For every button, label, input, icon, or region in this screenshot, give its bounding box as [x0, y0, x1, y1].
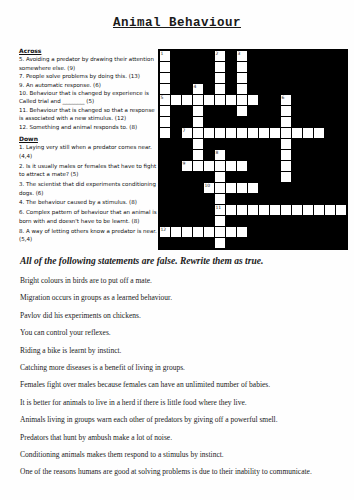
black-cell	[336, 95, 346, 105]
black-cell	[281, 51, 291, 61]
black-cell	[215, 117, 225, 127]
black-cell	[226, 238, 236, 248]
grid-cell-r15-c5[interactable]	[215, 216, 225, 226]
black-cell	[193, 172, 203, 182]
black-cell	[171, 73, 181, 83]
black-cell	[281, 84, 291, 94]
black-cell	[248, 194, 258, 204]
grid-cell-r12-c6[interactable]	[226, 183, 236, 193]
statement-12: One of the reasons humans are good at so…	[20, 468, 352, 476]
black-cell	[292, 84, 302, 94]
grid-cell-r11-c5[interactable]	[215, 172, 225, 182]
black-cell	[336, 51, 346, 61]
statement-6: Catching more diseases is a benefit of l…	[20, 364, 352, 372]
across-clue-5: 12. Something and animal responds to. (8…	[19, 123, 160, 131]
black-cell	[281, 183, 291, 193]
black-cell	[325, 194, 335, 204]
black-cell	[325, 95, 335, 105]
across-clue-3: 10. Behaviour that is changed by experie…	[19, 89, 160, 106]
page-title: Animal Behaviour	[0, 16, 354, 30]
grid-cell-r9-c5[interactable]: 8	[215, 150, 225, 160]
black-cell	[336, 84, 346, 94]
black-cell	[292, 139, 302, 149]
clue-number-12: 12	[161, 227, 167, 232]
black-cell	[237, 150, 247, 160]
grid-cell-r4-c6[interactable]	[226, 95, 236, 105]
black-cell	[259, 62, 269, 72]
grid-cell-r4-c1[interactable]	[171, 95, 181, 105]
grid-cell-r14-c7[interactable]	[237, 205, 247, 215]
black-cell	[160, 139, 170, 149]
black-cell	[314, 73, 324, 83]
grid-cell-r14-c16[interactable]	[336, 205, 346, 215]
statement-2: Migration occurs in groups as a learned …	[20, 294, 352, 302]
clue-number-6: 6	[282, 95, 285, 100]
grid-cell-r4-c2[interactable]	[182, 95, 192, 105]
grid-cell-r17-c5[interactable]	[215, 238, 225, 248]
black-cell	[292, 73, 302, 83]
statements-list: Bright colours in birds are to put off a…	[20, 277, 352, 476]
grid-cell-r6-c0[interactable]	[160, 117, 170, 127]
grid-cell-r12-c5[interactable]	[215, 183, 225, 193]
grid-cell-r16-c3[interactable]	[193, 227, 203, 237]
black-cell	[248, 150, 258, 160]
black-cell	[259, 216, 269, 226]
black-cell	[303, 238, 313, 248]
black-cell	[259, 106, 269, 116]
grid-cell-r10-c4[interactable]	[204, 161, 214, 171]
grid-cell-r7-c14[interactable]	[314, 128, 324, 138]
black-cell	[160, 172, 170, 182]
grid-cell-r16-c5[interactable]	[215, 227, 225, 237]
grid-cell-r9-c3[interactable]	[193, 150, 203, 160]
black-cell	[314, 172, 324, 182]
black-cell	[314, 150, 324, 160]
statement-9: Animals living in groups warn each other…	[20, 416, 352, 424]
grid-cell-r7-c7[interactable]	[237, 128, 247, 138]
black-cell	[204, 106, 214, 116]
grid-cell-r4-c7[interactable]	[237, 95, 247, 105]
grid-cell-r16-c2[interactable]	[182, 227, 192, 237]
black-cell	[314, 161, 324, 171]
black-cell	[314, 183, 324, 193]
grid-cell-r7-c0[interactable]	[160, 128, 170, 138]
black-cell	[325, 150, 335, 160]
down-clue-list: 1. Laying very still when a predator com…	[19, 143, 160, 243]
black-cell	[171, 51, 181, 61]
black-cell	[204, 172, 214, 182]
grid-cell-r7-c13[interactable]	[303, 128, 313, 138]
black-cell	[292, 51, 302, 61]
black-cell	[314, 216, 324, 226]
black-cell	[336, 238, 346, 248]
black-cell	[171, 238, 181, 248]
grid-cell-r10-c7[interactable]	[237, 161, 247, 171]
black-cell	[215, 139, 225, 149]
black-cell	[336, 161, 346, 171]
grid-cell-r3-c5[interactable]	[215, 84, 225, 94]
black-cell	[270, 84, 280, 94]
black-cell	[160, 205, 170, 215]
grid-cell-r1-c7[interactable]	[237, 62, 247, 72]
black-cell	[237, 238, 247, 248]
black-cell	[325, 117, 335, 127]
black-cell	[248, 216, 258, 226]
grid-cell-r7-c11[interactable]	[281, 128, 291, 138]
black-cell	[336, 139, 346, 149]
clue-number-11: 11	[216, 205, 222, 210]
black-cell	[336, 62, 346, 72]
grid-cell-r9-c11[interactable]	[281, 150, 291, 160]
across-clue-list: 5. Avoiding a predator by drawing their …	[19, 55, 160, 131]
grid-cell-r5-c3[interactable]	[193, 106, 203, 116]
black-cell	[193, 194, 203, 204]
grid-cell-r5-c11[interactable]	[281, 106, 291, 116]
black-cell	[193, 183, 203, 193]
black-cell	[226, 117, 236, 127]
black-cell	[171, 106, 181, 116]
black-cell	[303, 139, 313, 149]
down-clue-2: 3. The scientist that did experiments co…	[19, 180, 160, 197]
black-cell	[237, 216, 247, 226]
black-cell	[171, 84, 181, 94]
black-cell	[292, 95, 302, 105]
black-cell	[336, 117, 346, 127]
grid-cell-r7-c2[interactable]: 7	[182, 128, 192, 138]
grid-cell-r6-c3[interactable]	[193, 117, 203, 127]
black-cell	[248, 62, 258, 72]
black-cell	[248, 227, 258, 237]
grid-cell-r2-c7[interactable]	[237, 73, 247, 83]
black-cell	[292, 238, 302, 248]
black-cell	[160, 183, 170, 193]
black-cell	[325, 139, 335, 149]
black-cell	[292, 216, 302, 226]
black-cell	[292, 194, 302, 204]
grid-cell-r14-c13[interactable]	[303, 205, 313, 215]
grid-cell-r7-c5[interactable]	[215, 128, 225, 138]
black-cell	[248, 84, 258, 94]
black-cell	[259, 161, 269, 171]
grid-cell-r2-c0[interactable]	[160, 73, 170, 83]
black-cell	[270, 51, 280, 61]
black-cell	[292, 183, 302, 193]
black-cell	[325, 227, 335, 237]
black-cell	[314, 84, 324, 94]
black-cell	[281, 216, 291, 226]
black-cell	[259, 172, 269, 182]
clue-number-2: 2	[216, 51, 219, 56]
grid-cell-r10-c2[interactable]: 9	[182, 161, 192, 171]
black-cell	[292, 106, 302, 116]
black-cell	[270, 62, 280, 72]
clue-number-5: 5	[161, 95, 164, 100]
grid-cell-r8-c3[interactable]	[193, 139, 203, 149]
black-cell	[325, 238, 335, 248]
black-cell	[259, 84, 269, 94]
black-cell	[226, 106, 236, 116]
black-cell	[303, 216, 313, 226]
black-cell	[259, 227, 269, 237]
grid-cell-r14-c5[interactable]: 11	[215, 205, 225, 215]
black-cell	[182, 238, 192, 248]
worksheet-page: Animal Behaviour Across 5. Avoiding a pr…	[0, 0, 354, 500]
grid-cell-r0-c5[interactable]: 2	[215, 51, 225, 61]
grid-cell-r3-c7[interactable]	[237, 84, 247, 94]
black-cell	[204, 51, 214, 61]
grid-cell-r12-c4[interactable]: 10	[204, 183, 214, 193]
grid-cell-r16-c6[interactable]	[226, 227, 236, 237]
grid-cell-r14-c8[interactable]	[248, 205, 258, 215]
grid-cell-r1-c0[interactable]	[160, 62, 170, 72]
down-clue-5: 8. A way of letting others know a predat…	[19, 227, 160, 244]
clue-number-7: 7	[183, 128, 186, 133]
black-cell	[314, 95, 324, 105]
black-cell	[270, 73, 280, 83]
black-cell	[259, 183, 269, 193]
black-cell	[292, 227, 302, 237]
black-cell	[259, 117, 269, 127]
black-cell	[248, 238, 258, 248]
black-cell	[226, 216, 236, 226]
black-cell	[226, 73, 236, 83]
black-cell	[336, 172, 346, 182]
statement-10: Predators that hunt by ambush make a lot…	[20, 434, 352, 442]
black-cell	[204, 84, 214, 94]
grid-cell-r13-c5[interactable]	[215, 194, 225, 204]
black-cell	[204, 117, 214, 127]
grid-cell-r14-c12[interactable]	[292, 205, 302, 215]
grid-cell-r10-c6[interactable]	[226, 161, 236, 171]
black-cell	[171, 216, 181, 226]
grid-cell-r7-c12[interactable]	[292, 128, 302, 138]
black-cell	[325, 73, 335, 83]
black-cell	[303, 194, 313, 204]
black-cell	[259, 194, 269, 204]
black-cell	[325, 62, 335, 72]
statement-4: You can control your reflexes.	[20, 329, 352, 337]
black-cell	[171, 128, 181, 138]
crossword-grid: 123456789101112	[158, 49, 348, 250]
black-cell	[336, 227, 346, 237]
black-cell	[171, 205, 181, 215]
black-cell	[314, 117, 324, 127]
black-cell	[226, 150, 236, 160]
grid-cell-r16-c0[interactable]: 12	[160, 227, 170, 237]
grid-cell-r14-c9[interactable]	[259, 205, 269, 215]
black-cell	[325, 216, 335, 226]
black-cell	[325, 106, 335, 116]
black-cell	[270, 194, 280, 204]
black-cell	[204, 205, 214, 215]
grid-cell-r3-c3[interactable]: 4	[193, 84, 203, 94]
grid-cell-r3-c0[interactable]	[160, 84, 170, 94]
black-cell	[303, 117, 313, 127]
black-cell	[314, 139, 324, 149]
black-cell	[248, 161, 258, 171]
black-cell	[182, 216, 192, 226]
black-cell	[259, 238, 269, 248]
clue-number-9: 9	[183, 161, 186, 166]
grid-cell-r7-c8[interactable]	[248, 128, 258, 138]
grid-cell-r16-c7[interactable]	[237, 227, 247, 237]
across-clue-4: 11. Behaviour that is changed so that a …	[19, 106, 160, 123]
grid-cell-r12-c8[interactable]	[248, 183, 258, 193]
down-heading: Down	[19, 135, 160, 143]
statement-7: Females fight over males because females…	[20, 381, 352, 389]
black-cell	[193, 216, 203, 226]
black-cell	[171, 183, 181, 193]
black-cell	[160, 238, 170, 248]
black-cell	[226, 139, 236, 149]
black-cell	[160, 150, 170, 160]
clue-number-8: 8	[216, 150, 219, 155]
black-cell	[270, 183, 280, 193]
black-cell	[182, 106, 192, 116]
grid-cell-r5-c7[interactable]	[237, 106, 247, 116]
grid-cell-r14-c10[interactable]	[270, 205, 280, 215]
black-cell	[270, 117, 280, 127]
black-cell	[292, 62, 302, 72]
black-cell	[314, 106, 324, 116]
grid-cell-r4-c0[interactable]: 5	[160, 95, 170, 105]
grid-cell-r7-c10[interactable]	[270, 128, 280, 138]
clue-number-10: 10	[205, 183, 211, 188]
grid-cell-r5-c0[interactable]	[160, 106, 170, 116]
black-cell	[259, 51, 269, 61]
grid-cell-r11-c11[interactable]	[281, 172, 291, 182]
black-cell	[314, 227, 324, 237]
grid-cell-r14-c14[interactable]	[314, 205, 324, 215]
black-cell	[314, 51, 324, 61]
grid-cell-r4-c8[interactable]	[248, 95, 258, 105]
grid-cell-r4-c5[interactable]	[215, 95, 225, 105]
black-cell	[270, 150, 280, 160]
black-cell	[226, 62, 236, 72]
black-cell	[325, 161, 335, 171]
black-cell	[325, 183, 335, 193]
grid-cell-r4-c4[interactable]	[204, 95, 214, 105]
grid-cell-r7-c9[interactable]	[259, 128, 269, 138]
grid-cell-r14-c15[interactable]	[325, 205, 335, 215]
grid-cell-r16-c4[interactable]	[204, 227, 214, 237]
grid-cell-r1-c5[interactable]	[215, 62, 225, 72]
black-cell	[270, 238, 280, 248]
black-cell	[270, 227, 280, 237]
statement-1: Bright colours in birds are to put off a…	[20, 277, 352, 285]
black-cell	[171, 150, 181, 160]
grid-cell-r12-c7[interactable]	[237, 183, 247, 193]
black-cell	[193, 73, 203, 83]
black-cell	[182, 172, 192, 182]
grid-cell-r4-c11[interactable]: 6	[281, 95, 291, 105]
grid-cell-r16-c1[interactable]	[171, 227, 181, 237]
grid-cell-r7-c6[interactable]	[226, 128, 236, 138]
black-cell	[248, 106, 258, 116]
black-cell	[292, 150, 302, 160]
across-heading: Across	[19, 47, 160, 55]
grid-cell-r0-c0[interactable]: 1	[160, 51, 170, 61]
black-cell	[204, 139, 214, 149]
black-cell	[193, 238, 203, 248]
grid-cell-r7-c4[interactable]	[204, 128, 214, 138]
grid-cell-r14-c11[interactable]	[281, 205, 291, 215]
black-cell	[270, 216, 280, 226]
black-cell	[292, 172, 302, 182]
black-cell	[303, 73, 313, 83]
black-cell	[193, 51, 203, 61]
black-cell	[303, 150, 313, 160]
black-cell	[182, 62, 192, 72]
black-cell	[204, 73, 214, 83]
black-cell	[270, 95, 280, 105]
black-cell	[171, 117, 181, 127]
statement-8: It is better for animals to live in a he…	[20, 399, 352, 407]
grid-cell-r2-c5[interactable]	[215, 73, 225, 83]
black-cell	[204, 238, 214, 248]
down-clue-0: 1. Laying very still when a predator com…	[19, 143, 160, 160]
black-cell	[226, 172, 236, 182]
black-cell	[325, 128, 335, 138]
black-cell	[193, 62, 203, 72]
black-cell	[336, 73, 346, 83]
black-cell	[303, 95, 313, 105]
black-cell	[292, 161, 302, 171]
black-cell	[226, 84, 236, 94]
black-cell	[325, 84, 335, 94]
black-cell	[237, 139, 247, 149]
black-cell	[281, 73, 291, 83]
black-cell	[303, 183, 313, 193]
clue-number-4: 4	[194, 84, 197, 89]
grid-cell-r10-c5[interactable]	[215, 161, 225, 171]
black-cell	[182, 117, 192, 127]
grid-cell-r10-c11[interactable]	[281, 161, 291, 171]
grid-cell-r10-c3[interactable]	[193, 161, 203, 171]
black-cell	[336, 194, 346, 204]
black-cell	[237, 194, 247, 204]
black-cell	[281, 238, 291, 248]
black-cell	[171, 161, 181, 171]
black-cell	[281, 194, 291, 204]
down-clue-3: 4. The behaviour caused by a stimulus. (…	[19, 198, 160, 206]
black-cell	[237, 117, 247, 127]
black-cell	[270, 161, 280, 171]
clue-number-1: 1	[161, 51, 164, 56]
black-cell	[292, 117, 302, 127]
black-cell	[204, 216, 214, 226]
black-cell	[182, 51, 192, 61]
black-cell	[204, 194, 214, 204]
grid-cell-r8-c11[interactable]	[281, 139, 291, 149]
grid-cell-r0-c7[interactable]: 3	[237, 51, 247, 61]
black-cell	[226, 194, 236, 204]
black-cell	[336, 128, 346, 138]
black-cell	[259, 95, 269, 105]
black-cell	[237, 172, 247, 182]
black-cell	[259, 139, 269, 149]
black-cell	[270, 106, 280, 116]
statements-section: All of the following statements are fals…	[20, 256, 352, 486]
grid-cell-r7-c3[interactable]	[193, 128, 203, 138]
grid-cell-r14-c6[interactable]	[226, 205, 236, 215]
black-cell	[171, 194, 181, 204]
black-cell	[160, 161, 170, 171]
statements-heading: All of the following statements are fals…	[20, 256, 352, 267]
grid-cell-r4-c3[interactable]	[193, 95, 203, 105]
statement-11: Conditioning animals makes them respond …	[20, 451, 352, 459]
grid-cell-r6-c11[interactable]	[281, 117, 291, 127]
